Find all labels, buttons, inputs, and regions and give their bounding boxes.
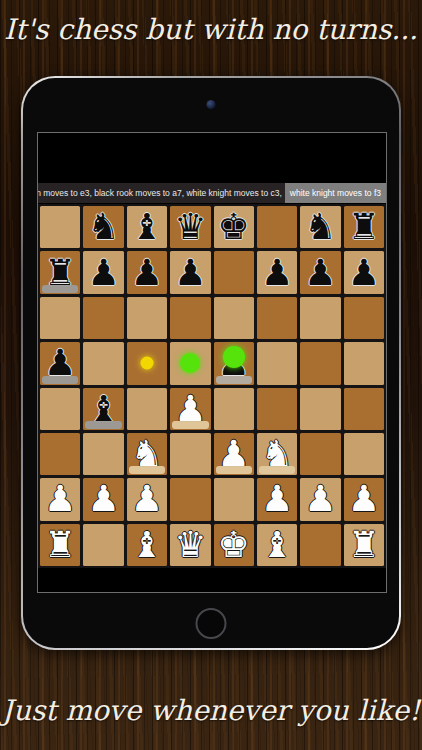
- black-pawn[interactable]: ♟: [127, 251, 167, 293]
- cooldown-bar: [216, 466, 252, 474]
- square-e3[interactable]: ♟: [214, 433, 254, 475]
- square-f4[interactable]: [257, 388, 297, 430]
- square-h5[interactable]: [344, 342, 384, 384]
- square-b1[interactable]: [83, 524, 123, 566]
- top-caption: It's chess but with no turns...: [0, 13, 422, 46]
- square-e5[interactable]: ♟: [214, 342, 254, 384]
- square-f3[interactable]: ♞: [257, 433, 297, 475]
- cooldown-bar: [259, 466, 295, 474]
- square-d6[interactable]: [170, 297, 210, 339]
- cooldown-bar: [129, 466, 165, 474]
- square-a7[interactable]: ♜: [40, 251, 80, 293]
- square-a3[interactable]: [40, 433, 80, 475]
- square-a5[interactable]: ♟: [40, 342, 80, 384]
- square-h6[interactable]: [344, 297, 384, 339]
- square-h4[interactable]: [344, 388, 384, 430]
- cooldown-bar: [42, 376, 78, 384]
- square-g7[interactable]: ♟: [300, 251, 340, 293]
- square-g5[interactable]: [300, 342, 340, 384]
- white-bishop[interactable]: ♝: [257, 524, 297, 566]
- white-queen[interactable]: ♛: [170, 524, 210, 566]
- square-b6[interactable]: [83, 297, 123, 339]
- square-f7[interactable]: ♟: [257, 251, 297, 293]
- black-king[interactable]: ♚: [214, 206, 254, 248]
- square-h3[interactable]: [344, 433, 384, 475]
- app-screen: te pawn moves to e3, black rook moves to…: [37, 132, 387, 593]
- square-g2[interactable]: ♟: [300, 478, 340, 520]
- tablet-bezel: te pawn moves to e3, black rook moves to…: [23, 78, 399, 648]
- square-h1[interactable]: ♜: [344, 524, 384, 566]
- black-pawn[interactable]: ♟: [344, 251, 384, 293]
- square-c7[interactable]: ♟: [127, 251, 167, 293]
- square-e4[interactable]: [214, 388, 254, 430]
- home-button[interactable]: [196, 608, 227, 639]
- white-pawn[interactable]: ♟: [344, 478, 384, 520]
- white-pawn[interactable]: ♟: [127, 478, 167, 520]
- square-c3[interactable]: ♞: [127, 433, 167, 475]
- square-g1[interactable]: [300, 524, 340, 566]
- white-pawn[interactable]: ♟: [257, 478, 297, 520]
- square-e6[interactable]: [214, 297, 254, 339]
- camera-icon: [207, 100, 216, 109]
- square-a6[interactable]: [40, 297, 80, 339]
- square-d7[interactable]: ♟: [170, 251, 210, 293]
- white-pawn[interactable]: ♟: [300, 478, 340, 520]
- square-d3[interactable]: [170, 433, 210, 475]
- black-pawn[interactable]: ♟: [83, 251, 123, 293]
- square-f2[interactable]: ♟: [257, 478, 297, 520]
- square-a4[interactable]: [40, 388, 80, 430]
- square-c2[interactable]: ♟: [127, 478, 167, 520]
- square-a8[interactable]: [40, 206, 80, 248]
- square-c5[interactable]: [127, 342, 167, 384]
- black-pawn[interactable]: ♟: [257, 251, 297, 293]
- square-c4[interactable]: [127, 388, 167, 430]
- square-h7[interactable]: ♟: [344, 251, 384, 293]
- square-e1[interactable]: ♚: [214, 524, 254, 566]
- square-e2[interactable]: [214, 478, 254, 520]
- black-queen[interactable]: ♛: [170, 206, 210, 248]
- black-knight[interactable]: ♞: [300, 206, 340, 248]
- capture-indicator: [223, 346, 245, 368]
- square-d1[interactable]: ♛: [170, 524, 210, 566]
- black-knight[interactable]: ♞: [83, 206, 123, 248]
- square-f6[interactable]: [257, 297, 297, 339]
- square-b5[interactable]: [83, 342, 123, 384]
- tablet-frame: te pawn moves to e3, black rook moves to…: [21, 76, 401, 650]
- square-d5[interactable]: [170, 342, 210, 384]
- square-a2[interactable]: ♟: [40, 478, 80, 520]
- square-e7[interactable]: [214, 251, 254, 293]
- square-g6[interactable]: [300, 297, 340, 339]
- cooldown-bar: [42, 285, 78, 293]
- move-feed-history: te pawn moves to e3, black rook moves to…: [38, 183, 285, 203]
- square-f8[interactable]: [257, 206, 297, 248]
- square-b7[interactable]: ♟: [83, 251, 123, 293]
- cooldown-bar: [172, 421, 208, 429]
- square-b8[interactable]: ♞: [83, 206, 123, 248]
- black-pawn[interactable]: ♟: [170, 251, 210, 293]
- square-c8[interactable]: ♝: [127, 206, 167, 248]
- square-b2[interactable]: ♟: [83, 478, 123, 520]
- cooldown-bar: [85, 421, 121, 429]
- square-a1[interactable]: ♜: [40, 524, 80, 566]
- square-e8[interactable]: ♚: [214, 206, 254, 248]
- black-pawn[interactable]: ♟: [300, 251, 340, 293]
- move-feed-bar: te pawn moves to e3, black rook moves to…: [38, 183, 386, 203]
- square-h8[interactable]: ♜: [344, 206, 384, 248]
- square-d4[interactable]: ♟: [170, 388, 210, 430]
- square-g8[interactable]: ♞: [300, 206, 340, 248]
- square-d2[interactable]: [170, 478, 210, 520]
- square-h2[interactable]: ♟: [344, 478, 384, 520]
- move-indicator: [140, 357, 153, 370]
- white-king[interactable]: ♚: [214, 524, 254, 566]
- square-d8[interactable]: ♛: [170, 206, 210, 248]
- latest-move-chip: white knight moves to f3: [285, 183, 386, 203]
- cooldown-bar: [216, 376, 252, 384]
- black-rook[interactable]: ♜: [344, 206, 384, 248]
- white-pawn[interactable]: ♟: [40, 478, 80, 520]
- square-f1[interactable]: ♝: [257, 524, 297, 566]
- square-g3[interactable]: [300, 433, 340, 475]
- square-b3[interactable]: [83, 433, 123, 475]
- white-pawn[interactable]: ♟: [83, 478, 123, 520]
- move-indicator: [180, 353, 200, 373]
- square-b4[interactable]: ♝: [83, 388, 123, 430]
- chess-board[interactable]: ♞♝♛♚♞♜♜♟♟♟♟♟♟♟♟♝♟♞♟♞♟♟♟♟♟♟♜♝♛♚♝♜: [38, 204, 386, 568]
- bottom-caption: Just move whenever you like!: [0, 694, 422, 727]
- square-g4[interactable]: [300, 388, 340, 430]
- square-f5[interactable]: [257, 342, 297, 384]
- square-c1[interactable]: ♝: [127, 524, 167, 566]
- square-c6[interactable]: [127, 297, 167, 339]
- white-bishop[interactable]: ♝: [127, 524, 167, 566]
- app-store-screenshot: It's chess but with no turns... te pawn …: [0, 0, 422, 750]
- black-bishop[interactable]: ♝: [127, 206, 167, 248]
- white-rook[interactable]: ♜: [344, 524, 384, 566]
- white-rook[interactable]: ♜: [40, 524, 80, 566]
